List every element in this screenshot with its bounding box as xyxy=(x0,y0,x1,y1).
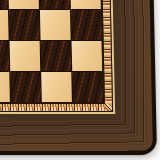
board-square[interactable] xyxy=(70,9,101,39)
board-square[interactable] xyxy=(70,0,101,8)
board-square[interactable] xyxy=(0,0,7,8)
board-square[interactable] xyxy=(39,9,70,39)
board-frame xyxy=(0,0,153,151)
inlay-band-corner xyxy=(104,103,111,110)
page-background xyxy=(0,0,160,160)
board-square[interactable] xyxy=(40,40,71,70)
board-square[interactable] xyxy=(0,71,9,101)
board-square[interactable] xyxy=(8,9,39,39)
board-square[interactable] xyxy=(39,0,70,8)
board-square[interactable] xyxy=(0,9,8,39)
board-square[interactable] xyxy=(8,0,39,8)
board-grid xyxy=(0,0,102,101)
inlay-band-bottom xyxy=(0,103,105,110)
board-square[interactable] xyxy=(72,71,103,101)
chess-board xyxy=(0,0,157,155)
board-square[interactable] xyxy=(41,71,72,101)
board-square[interactable] xyxy=(0,40,9,70)
board-square[interactable] xyxy=(9,40,40,70)
board-square[interactable] xyxy=(10,71,41,101)
playing-field xyxy=(0,0,102,101)
board-square[interactable] xyxy=(71,40,102,70)
